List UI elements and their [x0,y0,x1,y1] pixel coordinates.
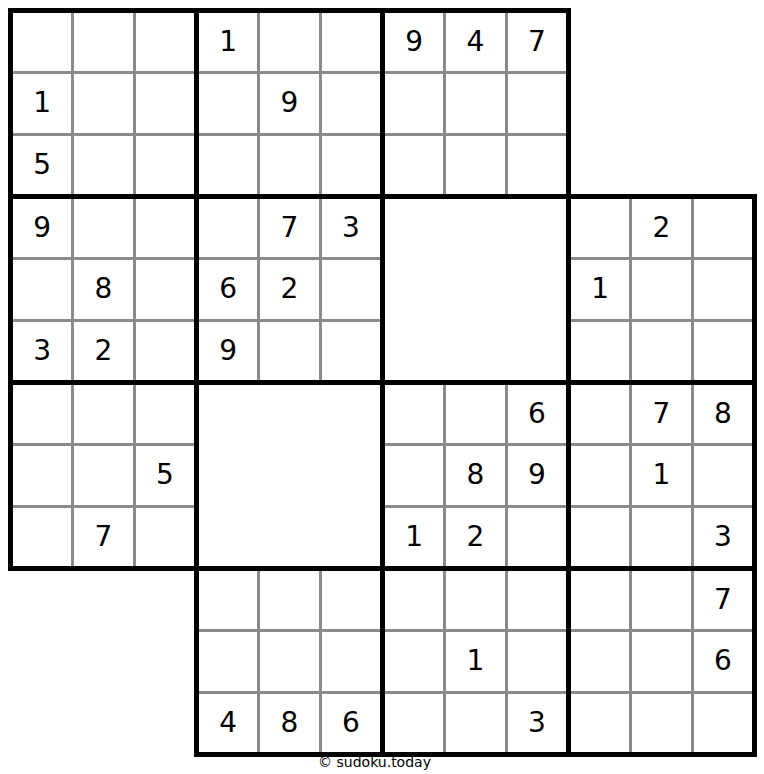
cell-r8c9: 9 [508,446,566,504]
cell-r2c6[interactable] [322,74,380,132]
cell-r12c8[interactable] [446,694,504,752]
cell-r1c8: 4 [446,13,504,71]
box-r1c1: 73629 [194,194,385,385]
cell-r12c5: 8 [260,694,318,752]
box-grid-r0c1: 19 [199,13,380,194]
cell-r9c8: 2 [446,508,504,566]
box-grid-r3c2: 13 [385,571,566,752]
cell-r1c3[interactable] [136,13,194,71]
cell-r7c11: 7 [632,385,690,443]
cell-r2c8[interactable] [446,74,504,132]
box-r2c3: 7813 [566,380,757,571]
box-grid-r1c0: 9832 [13,199,194,380]
cell-r3c1: 5 [13,136,71,194]
box-r2c2: 68912 [380,380,571,571]
cell-r3c9[interactable] [508,136,566,194]
cell-r8c7[interactable] [385,446,443,504]
box-grid-r1c1: 73629 [199,199,380,380]
cell-r6c6[interactable] [322,322,380,380]
cell-r4c5: 7 [260,199,318,257]
cell-r4c3[interactable] [136,199,194,257]
cell-r9c3[interactable] [136,508,194,566]
cell-r11c5[interactable] [260,632,318,690]
box-r0c0: 15 [8,8,199,199]
cell-r8c12[interactable] [694,446,752,504]
cell-r11c8: 1 [446,632,504,690]
cell-r12c11[interactable] [632,694,690,752]
cell-r10c8[interactable] [446,571,504,629]
empty-box-r2c1 [194,380,385,571]
cell-r4c12[interactable] [694,199,752,257]
cell-r1c4: 1 [199,13,257,71]
cell-r12c12[interactable] [694,694,752,752]
cell-r7c3[interactable] [136,385,194,443]
box-r3c1: 486 [194,566,385,757]
cell-r1c6[interactable] [322,13,380,71]
cell-r11c9[interactable] [508,632,566,690]
cell-r2c5: 9 [260,74,318,132]
box-r1c0: 9832 [8,194,199,385]
cell-r2c1: 1 [13,74,71,132]
cell-r7c10[interactable] [571,385,629,443]
copyright-text: © sudoku.today [0,754,749,770]
box-grid-r0c0: 15 [13,13,194,194]
cell-r6c3[interactable] [136,322,194,380]
cell-r5c11[interactable] [632,260,690,318]
cell-r4c10[interactable] [571,199,629,257]
cell-r5c1[interactable] [13,260,71,318]
cell-r9c10[interactable] [571,508,629,566]
box-grid-r2c2: 68912 [385,385,566,566]
empty-box-r1c2 [380,194,571,385]
box-r0c2: 947 [380,8,571,199]
cell-r5c12[interactable] [694,260,752,318]
cell-r5c3[interactable] [136,260,194,318]
cell-r6c4: 9 [199,322,257,380]
cell-r11c10[interactable] [571,632,629,690]
cell-r9c9[interactable] [508,508,566,566]
cell-r8c8: 8 [446,446,504,504]
cell-r5c4: 6 [199,260,257,318]
cell-r2c9[interactable] [508,74,566,132]
cell-r1c9: 7 [508,13,566,71]
cell-r6c12[interactable] [694,322,752,380]
cell-r6c1: 3 [13,322,71,380]
cell-r10c12: 7 [694,571,752,629]
cell-r5c6[interactable] [322,260,380,318]
cell-r1c7: 9 [385,13,443,71]
cell-r4c11: 2 [632,199,690,257]
cell-r12c7[interactable] [385,694,443,752]
cell-r12c6: 6 [322,694,380,752]
cell-r4c2[interactable] [74,199,132,257]
cell-r4c1: 9 [13,199,71,257]
cell-r7c2[interactable] [74,385,132,443]
cell-r11c7[interactable] [385,632,443,690]
cell-r5c2: 8 [74,260,132,318]
sudoku-board: 151994798327362921576891278134861376 [8,8,757,757]
cell-r3c5[interactable] [260,136,318,194]
cell-r6c2: 2 [74,322,132,380]
cell-r3c3[interactable] [136,136,194,194]
cell-r10c7[interactable] [385,571,443,629]
cell-r8c11: 1 [632,446,690,504]
cell-r11c11[interactable] [632,632,690,690]
cell-r10c9[interactable] [508,571,566,629]
cell-r3c7[interactable] [385,136,443,194]
cell-r12c9: 3 [508,694,566,752]
cell-r9c12: 3 [694,508,752,566]
cell-r11c12: 6 [694,632,752,690]
box-grid-r1c3: 21 [571,199,752,380]
cell-r2c4[interactable] [199,74,257,132]
cell-r5c5: 2 [260,260,318,318]
cell-r7c9: 6 [508,385,566,443]
cell-r9c11[interactable] [632,508,690,566]
cell-r6c11[interactable] [632,322,690,380]
cell-r7c1[interactable] [13,385,71,443]
cell-r8c10[interactable] [571,446,629,504]
cell-r1c2[interactable] [74,13,132,71]
box-grid-r3c3: 76 [571,571,752,752]
cell-r7c8[interactable] [446,385,504,443]
cell-r8c3: 5 [136,446,194,504]
cell-r6c5[interactable] [260,322,318,380]
box-grid-r3c1: 486 [199,571,380,752]
cell-r3c2[interactable] [74,136,132,194]
cell-r10c6[interactable] [322,571,380,629]
cell-r9c2: 7 [74,508,132,566]
cell-r2c3[interactable] [136,74,194,132]
cell-r2c7[interactable] [385,74,443,132]
cell-r2c2[interactable] [74,74,132,132]
cell-r3c8[interactable] [446,136,504,194]
box-r3c2: 13 [380,566,571,757]
cell-r5c10: 1 [571,260,629,318]
box-grid-r2c3: 7813 [571,385,752,566]
cell-r8c1[interactable] [13,446,71,504]
cell-r3c4[interactable] [199,136,257,194]
box-r3c3: 76 [566,566,757,757]
box-r0c1: 19 [194,8,385,199]
cell-r4c6: 3 [322,199,380,257]
box-grid-r2c0: 57 [13,385,194,566]
box-r2c0: 57 [8,380,199,571]
cell-r4c4[interactable] [199,199,257,257]
cell-r1c5[interactable] [260,13,318,71]
cell-r12c10[interactable] [571,694,629,752]
cell-r12c4: 4 [199,694,257,752]
cell-r10c4[interactable] [199,571,257,629]
cell-r7c7[interactable] [385,385,443,443]
cell-r6c10[interactable] [571,322,629,380]
cell-r10c5[interactable] [260,571,318,629]
cell-r9c7: 1 [385,508,443,566]
cell-r7c12: 8 [694,385,752,443]
cell-r10c11[interactable] [632,571,690,629]
cell-r10c10[interactable] [571,571,629,629]
cell-r11c4[interactable] [199,632,257,690]
box-r1c3: 21 [566,194,757,385]
box-grid-r0c2: 947 [385,13,566,194]
cell-r11c6[interactable] [322,632,380,690]
cell-r9c1[interactable] [13,508,71,566]
cell-r8c2[interactable] [74,446,132,504]
cell-r3c6[interactable] [322,136,380,194]
cell-r1c1[interactable] [13,13,71,71]
